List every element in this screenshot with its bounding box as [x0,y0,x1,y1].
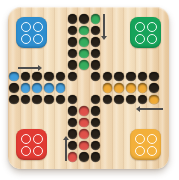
track-hole[interactable] [32,95,42,105]
board-cell [148,71,160,83]
track-hole[interactable] [149,83,159,93]
red-home-hole[interactable] [79,129,89,139]
board-cell [125,117,137,129]
board-cell [113,94,125,106]
board-cell [113,140,125,152]
track-hole[interactable] [114,72,124,82]
board-cell [125,59,137,71]
board-cell [90,48,102,60]
board-cell [55,71,67,83]
board-cell [55,59,67,71]
green-peg-slot[interactable] [147,22,157,32]
track-hole[interactable] [91,129,101,139]
yellow-home-hole[interactable] [138,83,148,93]
board-cell [78,25,90,37]
track-hole[interactable] [68,95,78,105]
board-cell [8,48,20,60]
track-hole[interactable] [91,26,101,36]
board-cell [78,94,90,106]
board-cell [102,59,114,71]
track-hole[interactable] [138,95,148,105]
board-cell [113,25,125,37]
blue-peg-slot[interactable] [33,22,43,32]
board-cell [113,128,125,140]
track-hole[interactable] [68,49,78,59]
track-hole[interactable] [68,106,78,116]
green-peg-slot[interactable] [135,34,145,44]
board-cell [66,82,78,94]
board-cell [20,94,32,106]
track-hole[interactable] [91,152,101,162]
green-home-hole[interactable] [79,26,89,36]
board-cell [8,82,20,94]
blue-home-hole[interactable] [21,83,31,93]
track-hole[interactable] [91,37,101,47]
board-cell [90,105,102,117]
yellow-peg-slot[interactable] [147,134,157,144]
board-cell [8,71,20,83]
yellow-peg-slot[interactable] [147,146,157,156]
board-cell [43,71,55,83]
board-cell [55,82,67,94]
board-cell [55,117,67,129]
board-cell [102,151,114,163]
board-cell [55,94,67,106]
board-cell [8,105,20,117]
red-start-hole[interactable] [68,152,78,162]
product-photo [0,0,179,180]
board-cell [43,48,55,60]
board-cell [137,71,149,83]
blue-peg-slot[interactable] [33,34,43,44]
board-cell [90,36,102,48]
board-cell [102,105,114,117]
track-hole[interactable] [114,95,124,105]
board-cell [43,94,55,106]
track-hole[interactable] [68,60,78,70]
board-cell [125,94,137,106]
track-hole[interactable] [68,141,78,151]
track-hole[interactable] [68,118,78,128]
board-cell [113,36,125,48]
red-home-hole[interactable] [79,106,89,116]
green-start-hole[interactable] [91,14,101,24]
board-cell [78,128,90,140]
yellow-peg-slot[interactable] [135,146,145,156]
blue-home-base [16,17,47,48]
board-cell [66,105,78,117]
arrow-right-icon [18,67,38,69]
board-cell [66,25,78,37]
board-cell [43,117,55,129]
board-cell [20,117,32,129]
board-cell [43,105,55,117]
board-cell [113,59,125,71]
blue-home-hole[interactable] [56,83,66,93]
board-cell [113,71,125,83]
board-cell [66,94,78,106]
board-cell [102,117,114,129]
board-cell [66,140,78,152]
board-cell [55,36,67,48]
track-hole[interactable] [79,152,89,162]
board-cell [113,105,125,117]
yellow-home-hole[interactable] [103,83,113,93]
arrow-up-icon [65,140,67,161]
board-cell [90,71,102,83]
track-hole[interactable] [9,83,19,93]
blue-home-hole[interactable] [44,83,54,93]
board-cell [31,71,43,83]
board-cell [78,82,90,94]
board-cell [78,59,90,71]
board-cell [8,117,20,129]
board-cell [20,105,32,117]
board-cell [113,48,125,60]
green-home-base [130,17,161,48]
blue-peg-slot[interactable] [21,22,31,32]
board-cell [125,71,137,83]
board-cell [90,13,102,25]
board-cell [78,151,90,163]
board-cell [90,117,102,129]
track-hole[interactable] [126,95,136,105]
red-home-base [16,129,47,160]
arrowhead-down-icon [101,36,107,40]
board-cell [90,128,102,140]
board-cell [137,82,149,94]
track-hole[interactable] [103,72,113,82]
board-cell [137,94,149,106]
board-cell [113,82,125,94]
arrowhead-right-icon [38,65,42,71]
track-hole[interactable] [44,95,54,105]
board-cell [90,25,102,37]
board-cell [90,151,102,163]
yellow-home-hole[interactable] [114,83,124,93]
green-peg-slot[interactable] [147,34,157,44]
yellow-home-hole[interactable] [126,83,136,93]
board-cell [102,140,114,152]
board-cell [148,59,160,71]
board-cell [137,48,149,60]
track-hole[interactable] [91,60,101,70]
track-hole[interactable] [79,14,89,24]
board-cell [31,94,43,106]
red-home-hole[interactable] [79,141,89,151]
red-peg-slot[interactable] [33,146,43,156]
board-cell [148,117,160,129]
yellow-peg-slot[interactable] [135,134,145,144]
board-cell [66,117,78,129]
track-hole[interactable] [56,72,66,82]
track-hole[interactable] [138,72,148,82]
board-cell [55,13,67,25]
board-cell [102,48,114,60]
board-cell [102,94,114,106]
board-cell [102,128,114,140]
track-hole[interactable] [68,72,78,82]
board-cell [55,25,67,37]
board-cell [125,48,137,60]
board-cell [90,59,102,71]
track-hole[interactable] [149,72,159,82]
board-cell [90,94,102,106]
arrowhead-up-icon [63,136,69,140]
board-cell [55,48,67,60]
green-home-hole[interactable] [79,60,89,70]
red-home-hole[interactable] [79,118,89,128]
board-cell [78,13,90,25]
board-cell [66,48,78,60]
track-hole[interactable] [91,141,101,151]
board-cell [78,48,90,60]
board-cell [90,82,102,94]
board-cell [31,48,43,60]
board-cell [20,59,32,71]
board-cell [148,82,160,94]
board-cell [20,82,32,94]
board-cell [125,105,137,117]
board-cell [90,140,102,152]
track-hole[interactable] [91,95,101,105]
red-peg-slot[interactable] [21,146,31,156]
board-cell [43,59,55,71]
track-hole[interactable] [68,26,78,36]
board-cell [66,151,78,163]
green-peg-slot[interactable] [135,22,145,32]
red-peg-slot[interactable] [21,134,31,144]
track-hole[interactable] [21,95,31,105]
track-hole[interactable] [32,72,42,82]
board-cell [113,117,125,129]
board-cell [137,117,149,129]
board-cell [137,59,149,71]
board-cell [31,82,43,94]
board-cell [55,105,67,117]
board-cell [113,151,125,163]
board-cell [66,59,78,71]
board-cell [102,82,114,94]
blue-home-hole[interactable] [32,83,42,93]
blue-start-hole[interactable] [9,72,19,82]
ludo-board [8,7,169,169]
track-hole[interactable] [68,37,78,47]
board-cell [66,13,78,25]
board-cell [113,13,125,25]
arrowhead-left-icon [136,106,140,112]
arrow-down-icon [103,14,105,36]
board-cell [78,105,90,117]
green-home-hole[interactable] [79,49,89,59]
board-cell [8,59,20,71]
track-hole[interactable] [44,72,54,82]
yellow-home-base [130,129,161,160]
board-cell [8,94,20,106]
board-cell [20,48,32,60]
track-hole[interactable] [91,106,101,116]
track-hole[interactable] [103,95,113,105]
board-cell [78,140,90,152]
board-cell [102,71,114,83]
track-hole[interactable] [91,118,101,128]
board-cell [148,48,160,60]
board-cell [78,71,90,83]
red-peg-slot[interactable] [33,134,43,144]
board-cell [78,36,90,48]
board-cell [20,71,32,83]
board-cell [66,71,78,83]
green-home-hole[interactable] [79,37,89,47]
yellow-start-hole[interactable] [149,95,159,105]
blue-peg-slot[interactable] [21,34,31,44]
track-hole[interactable] [126,72,136,82]
track-hole[interactable] [21,72,31,82]
track-hole[interactable] [68,14,78,24]
arrow-left-icon [140,108,163,110]
board-cell [43,82,55,94]
board-cell [66,36,78,48]
board-cell [78,117,90,129]
track-hole[interactable] [91,72,101,82]
board-cell [148,94,160,106]
track-hole[interactable] [68,129,78,139]
track-hole[interactable] [91,49,101,59]
board-cell [31,105,43,117]
board-cell [125,82,137,94]
track-hole[interactable] [56,95,66,105]
track-hole[interactable] [9,95,19,105]
board-cell [31,117,43,129]
